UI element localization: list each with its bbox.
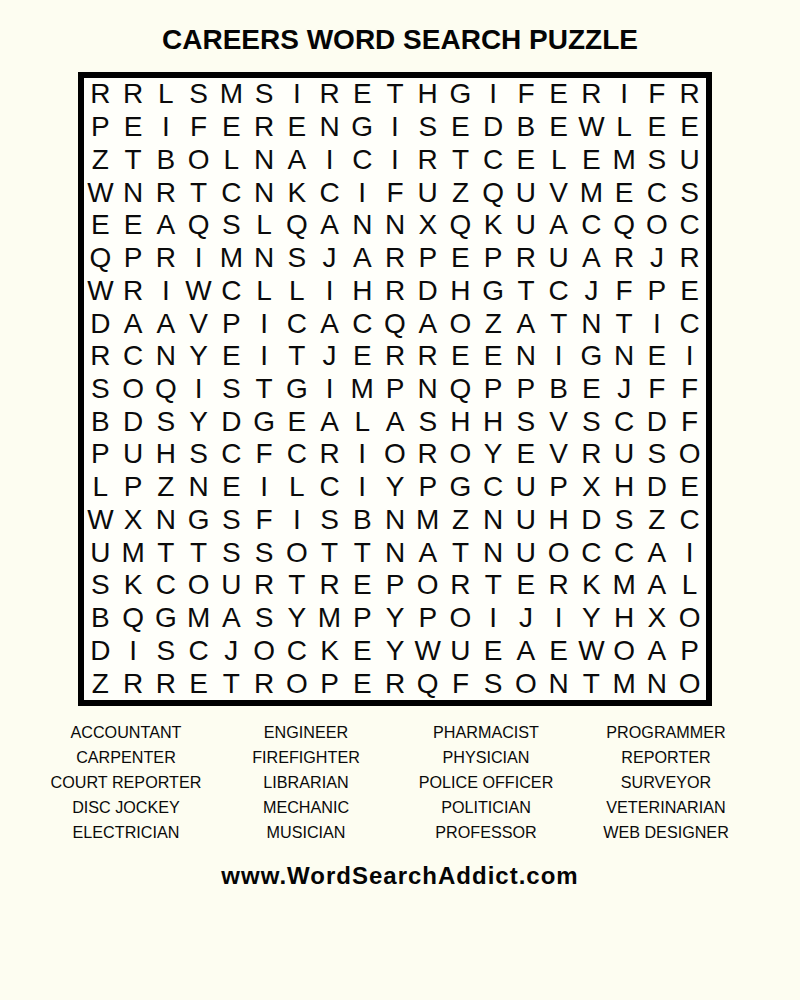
grid-cell[interactable]: I [280, 504, 313, 537]
grid-cell[interactable]: G [575, 340, 608, 373]
grid-cell[interactable]: W [84, 274, 117, 307]
grid-cell[interactable]: O [444, 307, 477, 340]
grid-cell[interactable]: A [641, 635, 674, 668]
grid-cell[interactable]: F [673, 405, 706, 438]
grid-cell[interactable]: E [542, 635, 575, 668]
grid-cell[interactable]: U [510, 504, 543, 537]
grid-cell[interactable]: D [117, 405, 150, 438]
grid-cell[interactable]: I [346, 438, 379, 471]
grid-cell[interactable]: F [182, 111, 215, 144]
grid-cell[interactable]: G [280, 373, 313, 406]
grid-cell[interactable]: N [542, 667, 575, 700]
grid-cell[interactable]: H [608, 602, 641, 635]
grid-cell[interactable]: C [280, 307, 313, 340]
grid-cell[interactable]: S [641, 438, 674, 471]
grid-cell[interactable]: D [215, 405, 248, 438]
grid-cell[interactable]: T [117, 143, 150, 176]
grid-cell[interactable]: L [248, 209, 281, 242]
grid-cell[interactable]: V [542, 405, 575, 438]
grid-cell[interactable]: Y [379, 635, 412, 668]
grid-cell[interactable]: R [149, 176, 182, 209]
grid-cell[interactable]: S [248, 602, 281, 635]
grid-cell[interactable]: I [248, 307, 281, 340]
grid-cell[interactable]: J [510, 602, 543, 635]
grid-cell[interactable]: V [542, 176, 575, 209]
grid-cell[interactable]: W [575, 635, 608, 668]
grid-cell[interactable]: O [280, 667, 313, 700]
grid-cell[interactable]: J [575, 274, 608, 307]
grid-cell[interactable]: Y [379, 471, 412, 504]
grid-cell[interactable]: N [149, 340, 182, 373]
grid-cell[interactable]: O [673, 667, 706, 700]
grid-cell[interactable]: U [542, 242, 575, 275]
grid-cell[interactable]: A [313, 405, 346, 438]
grid-cell[interactable]: F [444, 667, 477, 700]
grid-cell[interactable]: I [673, 536, 706, 569]
grid-cell[interactable]: E [182, 667, 215, 700]
grid-cell[interactable]: S [84, 373, 117, 406]
grid-cell[interactable]: B [510, 111, 543, 144]
grid-cell[interactable]: E [477, 635, 510, 668]
grid-cell[interactable]: N [411, 373, 444, 406]
grid-cell[interactable]: O [117, 373, 150, 406]
grid-cell[interactable]: E [346, 635, 379, 668]
grid-cell[interactable]: A [411, 536, 444, 569]
grid-cell[interactable]: I [248, 340, 281, 373]
grid-cell[interactable]: O [641, 209, 674, 242]
grid-cell[interactable]: A [215, 602, 248, 635]
grid-cell[interactable]: H [346, 274, 379, 307]
grid-cell[interactable]: S [248, 78, 281, 111]
grid-cell[interactable]: E [575, 373, 608, 406]
grid-cell[interactable]: Y [182, 405, 215, 438]
grid-cell[interactable]: I [379, 143, 412, 176]
grid-cell[interactable]: N [248, 176, 281, 209]
grid-cell[interactable]: U [510, 471, 543, 504]
grid-cell[interactable]: I [542, 340, 575, 373]
grid-cell[interactable]: O [411, 569, 444, 602]
grid-cell[interactable]: L [149, 78, 182, 111]
grid-cell[interactable]: E [215, 471, 248, 504]
grid-cell[interactable]: Y [182, 340, 215, 373]
grid-cell[interactable]: Y [575, 602, 608, 635]
grid-cell[interactable]: X [411, 209, 444, 242]
grid-cell[interactable]: C [117, 340, 150, 373]
grid-cell[interactable]: S [215, 536, 248, 569]
grid-cell[interactable]: U [673, 143, 706, 176]
grid-cell[interactable]: E [510, 143, 543, 176]
grid-cell[interactable]: G [182, 504, 215, 537]
grid-cell[interactable]: R [248, 569, 281, 602]
grid-cell[interactable]: R [379, 667, 412, 700]
grid-cell[interactable]: N [248, 242, 281, 275]
grid-cell[interactable]: I [608, 78, 641, 111]
grid-cell[interactable]: M [608, 569, 641, 602]
grid-cell[interactable]: F [248, 438, 281, 471]
grid-cell[interactable]: A [641, 569, 674, 602]
grid-cell[interactable]: A [379, 405, 412, 438]
grid-cell[interactable]: I [182, 242, 215, 275]
grid-cell[interactable]: H [608, 471, 641, 504]
grid-cell[interactable]: L [542, 143, 575, 176]
grid-cell[interactable]: P [313, 667, 346, 700]
grid-cell[interactable]: C [575, 536, 608, 569]
grid-cell[interactable]: O [182, 143, 215, 176]
grid-cell[interactable]: C [215, 274, 248, 307]
grid-cell[interactable]: K [280, 176, 313, 209]
grid-cell[interactable]: R [411, 340, 444, 373]
grid-cell[interactable]: S [149, 405, 182, 438]
grid-cell[interactable]: O [673, 438, 706, 471]
grid-cell[interactable]: T [182, 176, 215, 209]
grid-cell[interactable]: Q [84, 242, 117, 275]
grid-cell[interactable]: T [182, 536, 215, 569]
grid-cell[interactable]: H [542, 504, 575, 537]
grid-cell[interactable]: E [510, 569, 543, 602]
grid-cell[interactable]: I [248, 471, 281, 504]
grid-cell[interactable]: M [215, 78, 248, 111]
grid-cell[interactable]: T [248, 373, 281, 406]
grid-cell[interactable]: M [608, 667, 641, 700]
grid-cell[interactable]: Y [379, 602, 412, 635]
grid-cell[interactable]: U [510, 536, 543, 569]
grid-cell[interactable]: U [117, 438, 150, 471]
grid-cell[interactable]: C [641, 176, 674, 209]
grid-cell[interactable]: H [477, 405, 510, 438]
grid-cell[interactable]: L [280, 274, 313, 307]
grid-cell[interactable]: L [215, 143, 248, 176]
grid-cell[interactable]: F [510, 78, 543, 111]
grid-cell[interactable]: P [215, 307, 248, 340]
grid-cell[interactable]: W [182, 274, 215, 307]
grid-cell[interactable]: E [444, 111, 477, 144]
grid-cell[interactable]: N [248, 143, 281, 176]
grid-cell[interactable]: E [641, 340, 674, 373]
grid-cell[interactable]: M [117, 536, 150, 569]
grid-cell[interactable]: V [182, 307, 215, 340]
grid-cell[interactable]: F [379, 176, 412, 209]
grid-cell[interactable]: R [575, 438, 608, 471]
grid-cell[interactable]: W [84, 176, 117, 209]
grid-cell[interactable]: M [575, 176, 608, 209]
grid-cell[interactable]: N [379, 536, 412, 569]
grid-cell[interactable]: B [84, 405, 117, 438]
grid-cell[interactable]: A [641, 536, 674, 569]
grid-cell[interactable]: N [477, 536, 510, 569]
grid-cell[interactable]: E [542, 78, 575, 111]
grid-cell[interactable]: K [575, 569, 608, 602]
grid-cell[interactable]: L [346, 405, 379, 438]
grid-cell[interactable]: E [117, 111, 150, 144]
grid-cell[interactable]: S [215, 504, 248, 537]
grid-cell[interactable]: S [510, 405, 543, 438]
grid-cell[interactable]: G [346, 111, 379, 144]
grid-cell[interactable]: U [444, 635, 477, 668]
grid-cell[interactable]: S [477, 667, 510, 700]
grid-cell[interactable]: I [313, 373, 346, 406]
grid-cell[interactable]: W [411, 635, 444, 668]
grid-cell[interactable]: T [608, 307, 641, 340]
grid-cell[interactable]: J [608, 373, 641, 406]
grid-cell[interactable]: Z [641, 504, 674, 537]
grid-cell[interactable]: C [182, 635, 215, 668]
grid-cell[interactable]: G [444, 78, 477, 111]
grid-cell[interactable]: P [641, 274, 674, 307]
grid-cell[interactable]: L [84, 471, 117, 504]
grid-cell[interactable]: Q [379, 307, 412, 340]
grid-cell[interactable]: K [477, 209, 510, 242]
grid-cell[interactable]: I [346, 176, 379, 209]
grid-cell[interactable]: R [313, 569, 346, 602]
grid-cell[interactable]: M [608, 143, 641, 176]
grid-cell[interactable]: P [411, 242, 444, 275]
grid-cell[interactable]: P [117, 242, 150, 275]
grid-cell[interactable]: T [542, 307, 575, 340]
grid-cell[interactable]: P [346, 602, 379, 635]
grid-cell[interactable]: P [477, 373, 510, 406]
grid-cell[interactable]: D [84, 307, 117, 340]
grid-cell[interactable]: I [280, 78, 313, 111]
grid-cell[interactable]: I [117, 635, 150, 668]
grid-cell[interactable]: O [248, 635, 281, 668]
grid-cell[interactable]: K [117, 569, 150, 602]
grid-cell[interactable]: J [313, 242, 346, 275]
grid-cell[interactable]: J [313, 340, 346, 373]
grid-cell[interactable]: Q [411, 667, 444, 700]
grid-cell[interactable]: U [608, 438, 641, 471]
grid-cell[interactable]: C [149, 569, 182, 602]
grid-cell[interactable]: T [346, 536, 379, 569]
grid-cell[interactable]: C [313, 176, 346, 209]
grid-cell[interactable]: U [84, 536, 117, 569]
grid-cell[interactable]: C [608, 405, 641, 438]
grid-cell[interactable]: M [346, 373, 379, 406]
grid-cell[interactable]: R [444, 569, 477, 602]
grid-cell[interactable]: I [346, 471, 379, 504]
grid-cell[interactable]: F [673, 373, 706, 406]
grid-cell[interactable]: P [542, 471, 575, 504]
grid-cell[interactable]: A [313, 307, 346, 340]
grid-cell[interactable]: B [149, 143, 182, 176]
grid-cell[interactable]: N [379, 209, 412, 242]
grid-cell[interactable]: S [84, 569, 117, 602]
grid-cell[interactable]: D [411, 274, 444, 307]
grid-cell[interactable]: H [444, 405, 477, 438]
grid-cell[interactable]: P [477, 242, 510, 275]
grid-cell[interactable]: P [84, 111, 117, 144]
grid-cell[interactable]: O [444, 602, 477, 635]
grid-cell[interactable]: Y [477, 438, 510, 471]
grid-cell[interactable]: I [182, 373, 215, 406]
grid-cell[interactable]: D [477, 111, 510, 144]
grid-cell[interactable]: T [575, 667, 608, 700]
grid-cell[interactable]: N [149, 504, 182, 537]
grid-cell[interactable]: L [673, 569, 706, 602]
grid-cell[interactable]: C [346, 307, 379, 340]
grid-cell[interactable]: D [641, 405, 674, 438]
grid-cell[interactable]: M [313, 602, 346, 635]
grid-cell[interactable]: E [673, 111, 706, 144]
grid-cell[interactable]: E [673, 274, 706, 307]
grid-cell[interactable]: E [444, 340, 477, 373]
grid-cell[interactable]: R [84, 340, 117, 373]
grid-cell[interactable]: C [542, 274, 575, 307]
grid-cell[interactable]: L [608, 111, 641, 144]
grid-cell[interactable]: B [84, 602, 117, 635]
grid-cell[interactable]: C [477, 471, 510, 504]
grid-cell[interactable]: F [608, 274, 641, 307]
grid-cell[interactable]: N [182, 471, 215, 504]
grid-cell[interactable]: Q [280, 209, 313, 242]
grid-cell[interactable]: E [641, 111, 674, 144]
grid-cell[interactable]: R [248, 111, 281, 144]
grid-cell[interactable]: B [346, 504, 379, 537]
grid-cell[interactable]: R [510, 242, 543, 275]
grid-cell[interactable]: T [280, 340, 313, 373]
grid-cell[interactable]: C [313, 471, 346, 504]
grid-cell[interactable]: N [641, 667, 674, 700]
grid-cell[interactable]: S [248, 536, 281, 569]
grid-cell[interactable]: Z [84, 667, 117, 700]
grid-cell[interactable]: R [117, 274, 150, 307]
grid-cell[interactable]: R [575, 78, 608, 111]
grid-cell[interactable]: P [673, 635, 706, 668]
grid-cell[interactable]: Q [149, 373, 182, 406]
grid-cell[interactable]: C [280, 438, 313, 471]
grid-cell[interactable]: T [313, 536, 346, 569]
grid-cell[interactable]: C [673, 504, 706, 537]
grid-cell[interactable]: R [608, 242, 641, 275]
grid-cell[interactable]: R [248, 667, 281, 700]
grid-cell[interactable]: R [411, 438, 444, 471]
grid-cell[interactable]: I [641, 307, 674, 340]
grid-cell[interactable]: M [182, 602, 215, 635]
grid-cell[interactable]: Q [477, 176, 510, 209]
grid-cell[interactable]: O [673, 602, 706, 635]
grid-cell[interactable]: T [379, 78, 412, 111]
grid-cell[interactable]: S [280, 242, 313, 275]
grid-cell[interactable]: S [411, 111, 444, 144]
grid-cell[interactable]: O [379, 438, 412, 471]
grid-cell[interactable]: Z [444, 504, 477, 537]
grid-cell[interactable]: F [641, 78, 674, 111]
grid-cell[interactable]: R [149, 242, 182, 275]
grid-cell[interactable]: N [608, 340, 641, 373]
grid-cell[interactable]: P [84, 438, 117, 471]
grid-cell[interactable]: R [673, 78, 706, 111]
grid-cell[interactable]: I [313, 143, 346, 176]
grid-cell[interactable]: U [510, 209, 543, 242]
grid-cell[interactable]: G [477, 274, 510, 307]
grid-cell[interactable]: R [379, 242, 412, 275]
grid-cell[interactable]: C [280, 635, 313, 668]
grid-cell[interactable]: I [477, 78, 510, 111]
grid-cell[interactable]: E [510, 438, 543, 471]
grid-cell[interactable]: Z [444, 176, 477, 209]
grid-cell[interactable]: V [542, 438, 575, 471]
grid-cell[interactable]: S [215, 373, 248, 406]
grid-cell[interactable]: G [149, 602, 182, 635]
grid-cell[interactable]: P [411, 602, 444, 635]
grid-cell[interactable]: P [379, 373, 412, 406]
grid-cell[interactable]: C [477, 143, 510, 176]
grid-cell[interactable]: E [477, 340, 510, 373]
grid-cell[interactable]: N [510, 340, 543, 373]
grid-cell[interactable]: Y [280, 602, 313, 635]
grid-cell[interactable]: E [444, 242, 477, 275]
grid-cell[interactable]: T [444, 536, 477, 569]
grid-cell[interactable]: O [280, 536, 313, 569]
grid-cell[interactable]: R [84, 78, 117, 111]
grid-cell[interactable]: O [182, 569, 215, 602]
grid-cell[interactable]: S [411, 405, 444, 438]
grid-cell[interactable]: O [444, 438, 477, 471]
grid-cell[interactable]: C [215, 176, 248, 209]
grid-cell[interactable]: C [575, 209, 608, 242]
grid-cell[interactable]: Z [84, 143, 117, 176]
grid-cell[interactable]: S [149, 635, 182, 668]
grid-cell[interactable]: M [215, 242, 248, 275]
grid-cell[interactable]: H [444, 274, 477, 307]
grid-cell[interactable]: T [444, 143, 477, 176]
grid-cell[interactable]: U [510, 176, 543, 209]
grid-cell[interactable]: W [84, 504, 117, 537]
grid-cell[interactable]: Z [149, 471, 182, 504]
grid-cell[interactable]: W [575, 111, 608, 144]
grid-cell[interactable]: R [673, 242, 706, 275]
grid-cell[interactable]: P [379, 569, 412, 602]
grid-cell[interactable]: F [641, 373, 674, 406]
grid-cell[interactable]: C [346, 143, 379, 176]
grid-cell[interactable]: A [542, 209, 575, 242]
grid-cell[interactable]: S [313, 504, 346, 537]
grid-cell[interactable]: H [149, 438, 182, 471]
grid-cell[interactable]: R [149, 667, 182, 700]
grid-cell[interactable]: E [215, 340, 248, 373]
grid-cell[interactable]: A [575, 242, 608, 275]
grid-cell[interactable]: E [215, 111, 248, 144]
grid-cell[interactable]: T [477, 569, 510, 602]
grid-cell[interactable]: N [117, 176, 150, 209]
grid-cell[interactable]: I [379, 111, 412, 144]
grid-cell[interactable]: N [379, 504, 412, 537]
grid-cell[interactable]: E [280, 405, 313, 438]
grid-cell[interactable]: N [477, 504, 510, 537]
grid-cell[interactable]: I [542, 602, 575, 635]
grid-cell[interactable]: O [608, 635, 641, 668]
grid-cell[interactable]: P [117, 471, 150, 504]
grid-cell[interactable]: S [215, 209, 248, 242]
grid-cell[interactable]: R [542, 569, 575, 602]
grid-cell[interactable]: A [411, 307, 444, 340]
grid-cell[interactable]: S [182, 438, 215, 471]
grid-cell[interactable]: A [346, 242, 379, 275]
grid-cell[interactable]: N [346, 209, 379, 242]
grid-cell[interactable]: X [117, 504, 150, 537]
grid-cell[interactable]: E [542, 111, 575, 144]
grid-cell[interactable]: T [149, 536, 182, 569]
grid-cell[interactable]: T [280, 569, 313, 602]
grid-cell[interactable]: C [673, 209, 706, 242]
grid-cell[interactable]: O [542, 536, 575, 569]
grid-cell[interactable]: S [673, 176, 706, 209]
grid-cell[interactable]: P [510, 373, 543, 406]
grid-cell[interactable]: E [575, 143, 608, 176]
grid-cell[interactable]: I [149, 111, 182, 144]
grid-cell[interactable]: C [608, 536, 641, 569]
grid-cell[interactable]: D [575, 504, 608, 537]
grid-cell[interactable]: R [411, 143, 444, 176]
